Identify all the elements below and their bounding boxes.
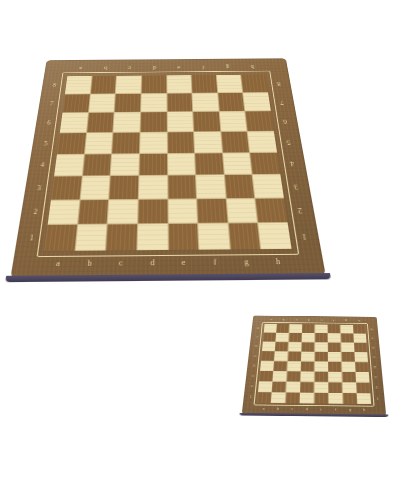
square-a6	[262, 342, 275, 351]
square-g3	[225, 175, 255, 198]
square-h6	[354, 343, 367, 352]
rank-label: 6	[367, 343, 381, 353]
square-a4	[260, 361, 274, 371]
square-d8	[302, 324, 314, 333]
square-g8	[340, 325, 353, 334]
rank-label: 4	[247, 361, 261, 371]
file-label: b	[72, 250, 106, 277]
file-label: e	[168, 250, 200, 277]
file-label: g	[340, 316, 353, 324]
square-e7	[167, 93, 192, 111]
square-f8	[328, 325, 340, 334]
square-h3	[253, 175, 284, 198]
square-a8	[65, 76, 91, 94]
file-label: h	[239, 58, 266, 74]
rank-label: 6	[249, 342, 263, 352]
file-label: d	[142, 59, 167, 75]
square-a7	[62, 94, 89, 112]
square-f3	[196, 175, 225, 198]
rank-label: 1	[15, 225, 48, 252]
square-b6	[87, 113, 114, 132]
file-label: e	[315, 316, 328, 324]
file-labels: abcdefgh	[256, 403, 372, 415]
square-a5	[57, 133, 86, 154]
square-c1	[106, 225, 137, 251]
file-label: a	[41, 251, 75, 278]
square-f2	[328, 382, 342, 392]
square-e6	[167, 112, 193, 131]
square-e4	[168, 153, 196, 175]
square-d6	[140, 112, 166, 131]
square-d1	[137, 224, 167, 250]
chessboard-thumbnail[interactable]: abcdefghabcdefgh8765432187654321	[242, 316, 386, 416]
file-label: c	[104, 250, 137, 277]
rank-label: 2	[19, 200, 51, 225]
rank-label: 8	[251, 324, 264, 333]
square-d3	[301, 372, 314, 382]
square-e2	[168, 199, 197, 223]
file-label: b	[92, 60, 118, 76]
square-c7	[115, 94, 141, 112]
square-e6	[315, 343, 328, 352]
file-label: g	[230, 249, 264, 276]
rank-label: 7	[366, 334, 379, 343]
square-e3	[168, 175, 196, 198]
chessboard-main: abcdefghabcdefgh8765432187654321	[10, 58, 325, 278]
square-f6	[328, 343, 341, 352]
rank-label: 2	[244, 381, 259, 392]
square-h7	[243, 93, 270, 111]
square-h5	[355, 352, 368, 362]
square-a4	[54, 154, 83, 176]
square-c5	[112, 133, 139, 154]
file-label: b	[277, 316, 290, 324]
file-label: e	[166, 59, 191, 75]
square-e5	[167, 132, 194, 153]
square-h1	[357, 393, 371, 404]
square-c4	[287, 361, 300, 371]
square-f8	[192, 75, 217, 93]
square-c3	[287, 371, 301, 381]
square-g4	[342, 362, 355, 372]
square-d1	[300, 393, 314, 404]
rank-label: 2	[370, 382, 384, 393]
file-label: f	[328, 404, 343, 415]
product-photo-scene: abcdefghabcdefgh8765432187654321 abcdefg…	[0, 0, 400, 480]
square-a5	[261, 351, 275, 360]
square-c8	[289, 324, 302, 333]
rank-label: 7	[38, 94, 65, 113]
square-f7	[192, 93, 218, 111]
rank-label: 1	[288, 222, 321, 249]
file-label: f	[199, 249, 232, 276]
square-f2	[197, 199, 227, 223]
rank-label: 1	[370, 393, 385, 404]
square-a7	[263, 333, 276, 342]
square-g2	[226, 199, 257, 223]
square-e7	[315, 333, 328, 342]
square-e5	[315, 352, 328, 361]
square-g7	[341, 334, 354, 343]
square-b4	[83, 154, 112, 176]
square-a3	[259, 371, 273, 381]
square-h2	[256, 198, 288, 222]
square-d2	[300, 382, 314, 392]
file-label: e	[314, 403, 329, 414]
square-b7	[89, 94, 115, 112]
square-g6	[219, 112, 246, 131]
square-f1	[329, 393, 343, 404]
square-h8	[241, 75, 268, 93]
square-g1	[343, 393, 357, 404]
square-g5	[341, 352, 354, 361]
square-g7	[218, 93, 245, 111]
square-d7	[141, 93, 166, 111]
rank-label: 6	[34, 113, 62, 133]
square-a6	[60, 113, 88, 132]
square-b5	[85, 133, 113, 154]
square-e3	[315, 372, 328, 382]
square-b8	[277, 324, 290, 333]
square-c3	[109, 176, 138, 199]
rank-label: 5	[367, 352, 381, 362]
square-e1	[314, 393, 328, 404]
square-a2	[48, 200, 79, 224]
square-h1	[259, 223, 292, 249]
square-b5	[274, 352, 287, 361]
square-e8	[167, 75, 192, 93]
square-c6	[288, 342, 301, 351]
file-label: a	[265, 316, 278, 324]
rank-label: 7	[250, 333, 263, 342]
file-label: d	[136, 250, 168, 277]
square-h7	[354, 334, 367, 343]
square-d7	[302, 333, 315, 342]
rank-label: 1	[243, 392, 258, 403]
square-h2	[356, 383, 370, 393]
square-b7	[276, 333, 289, 342]
square-c5	[288, 352, 301, 361]
square-f1	[198, 224, 229, 250]
square-a2	[258, 382, 272, 392]
square-g2	[342, 382, 356, 392]
rank-label: 3	[280, 174, 311, 198]
rank-label: 8	[265, 74, 292, 92]
file-label: d	[299, 403, 314, 414]
square-f6	[193, 112, 220, 131]
square-d8	[141, 75, 166, 93]
square-f3	[328, 372, 341, 382]
file-label: d	[302, 316, 315, 324]
square-h8	[353, 325, 366, 334]
square-d5	[301, 352, 314, 361]
square-a1	[44, 225, 76, 251]
square-b2	[272, 382, 286, 392]
square-c6	[114, 113, 140, 132]
rank-label: 3	[369, 372, 383, 382]
square-b1	[271, 392, 285, 403]
square-c2	[286, 382, 300, 392]
square-c2	[108, 200, 138, 224]
square-b4	[274, 361, 288, 371]
square-d4	[301, 362, 314, 372]
playing-field	[44, 75, 291, 251]
square-e2	[314, 382, 328, 392]
file-label: f	[190, 59, 215, 75]
square-c7	[289, 333, 302, 342]
square-h4	[250, 152, 280, 174]
square-f7	[328, 334, 341, 343]
rank-label: 4	[277, 152, 307, 174]
file-label: h	[261, 249, 296, 276]
square-d3	[139, 176, 167, 199]
rank-label: 3	[246, 371, 260, 381]
file-label: f	[327, 316, 340, 324]
file-labels: abcdefgh	[41, 249, 296, 278]
file-label: g	[343, 404, 358, 415]
square-g5	[221, 132, 249, 153]
file-labels: abcdefgh	[67, 58, 265, 76]
square-c8	[116, 76, 141, 94]
rank-label: 4	[27, 154, 57, 176]
square-b1	[75, 225, 107, 251]
square-d6	[302, 342, 315, 351]
rank-label: 3	[23, 176, 54, 200]
square-f5	[194, 132, 222, 153]
rank-label: 5	[274, 131, 303, 152]
file-label: c	[290, 316, 303, 324]
file-label: a	[67, 60, 93, 76]
rank-label: 7	[268, 92, 295, 111]
rank-label: 5	[31, 133, 60, 154]
square-a3	[51, 176, 81, 199]
square-g3	[342, 372, 356, 382]
square-a8	[264, 324, 277, 333]
square-b6	[275, 342, 288, 351]
rank-label: 4	[368, 362, 382, 372]
square-d2	[138, 199, 167, 223]
file-label: c	[117, 59, 142, 75]
file-label: b	[270, 403, 285, 414]
file-label: a	[256, 403, 271, 414]
playing-field	[257, 324, 371, 404]
file-label: h	[352, 317, 365, 325]
rank-label: 2	[284, 197, 316, 222]
square-f4	[195, 153, 223, 175]
square-f4	[328, 362, 341, 372]
square-d5	[140, 132, 167, 153]
square-b2	[78, 200, 109, 224]
square-g1	[228, 224, 260, 250]
square-c1	[286, 393, 300, 404]
square-b8	[90, 76, 116, 94]
rank-label: 8	[41, 76, 67, 94]
square-d4	[139, 153, 166, 175]
square-e1	[168, 224, 198, 250]
square-c4	[111, 154, 139, 176]
square-h5	[248, 131, 277, 152]
rank-label: 6	[271, 111, 299, 131]
square-g4	[223, 153, 252, 175]
square-f5	[328, 352, 341, 361]
rank-label: 5	[248, 351, 262, 361]
square-b3	[273, 371, 287, 381]
square-b3	[80, 176, 110, 199]
file-label: c	[285, 403, 300, 414]
file-label: g	[215, 59, 241, 75]
file-label: h	[357, 404, 372, 415]
square-a1	[257, 392, 272, 403]
square-h6	[246, 111, 274, 130]
square-h4	[355, 362, 369, 372]
square-h3	[356, 372, 370, 382]
square-g6	[341, 343, 354, 352]
square-e4	[315, 362, 328, 372]
square-e8	[315, 325, 327, 334]
square-g8	[217, 75, 243, 93]
